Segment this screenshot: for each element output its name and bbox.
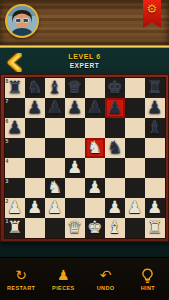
square-b6[interactable] <box>25 118 45 138</box>
restart-label: RESTART <box>1 285 41 291</box>
square-a7[interactable]: 7 <box>5 98 25 118</box>
lightbulb-icon <box>128 267 168 284</box>
restart-icon: ↻ <box>1 267 41 284</box>
square-g7[interactable] <box>125 98 145 118</box>
square-h4[interactable] <box>145 158 165 178</box>
square-c6[interactable] <box>45 118 65 138</box>
square-e3[interactable]: ♟ <box>85 178 105 198</box>
square-e6[interactable] <box>85 118 105 138</box>
square-d2[interactable] <box>65 198 85 218</box>
piece-black-pawn-b7[interactable]: ♟ <box>25 97 45 118</box>
square-c2[interactable]: ♟ <box>45 198 65 218</box>
piece-black-knight-f5[interactable]: ♞ <box>105 137 125 158</box>
piece-black-pawn-h7[interactable]: ♟ <box>145 97 165 118</box>
square-f4[interactable] <box>105 158 125 178</box>
rank-label-8: 8 <box>6 78 9 84</box>
pieces-button[interactable]: ♟ PIECES <box>43 267 83 291</box>
piece-black-pawn-f7[interactable]: ♟ <box>105 97 125 118</box>
square-f2[interactable]: ♟ <box>105 198 125 218</box>
piece-white-pawn-g2[interactable]: ♟ <box>125 197 145 218</box>
piece-black-queen-d8[interactable]: ♛ <box>65 77 85 98</box>
square-d6[interactable] <box>65 118 85 138</box>
rank-label-6: 6 <box>6 118 9 124</box>
square-b1[interactable] <box>25 218 45 238</box>
square-e8[interactable] <box>85 78 105 98</box>
square-d8[interactable]: ♛ <box>65 78 85 98</box>
square-c8[interactable]: ♝ <box>45 78 65 98</box>
square-f8[interactable]: ♚ <box>105 78 125 98</box>
piece-black-king-f8[interactable]: ♚ <box>105 77 125 98</box>
level-strip: LEVEL 6 EXPERT <box>0 48 169 74</box>
rank-label-7: 7 <box>6 98 9 104</box>
restart-button[interactable]: ↻ RESTART <box>1 267 41 291</box>
piece-black-pawn-c7[interactable]: ♟ <box>45 97 65 118</box>
hint-button[interactable]: HINT <box>128 267 168 291</box>
level-difficulty: EXPERT <box>0 62 169 69</box>
undo-icon: ↶ <box>86 267 126 284</box>
square-g1[interactable] <box>125 218 145 238</box>
piece-white-pawn-d4[interactable]: ♟ <box>65 157 85 178</box>
piece-black-pawn-d7[interactable]: ♟ <box>65 97 85 118</box>
square-a6[interactable]: 6♟ <box>5 118 25 138</box>
square-a5[interactable]: 5 <box>5 138 25 158</box>
square-b5[interactable] <box>25 138 45 158</box>
square-h6[interactable]: ♝ <box>145 118 165 138</box>
square-b3[interactable] <box>25 178 45 198</box>
square-a2[interactable]: 2♟ <box>5 198 25 218</box>
wood-header: ⚙ <box>0 0 169 45</box>
undo-button[interactable]: ↶ UNDO <box>86 267 126 291</box>
chess-board: 8♜♞♝♛♚♜7♟♟♟♟♟♟6♟♝5♞♞4♟3♞♟2♟♟♟♟♟♟1♜♛♚♝♜ <box>5 78 165 238</box>
level-title: LEVEL 6 <box>0 53 169 60</box>
rank-label-4: 4 <box>6 158 9 164</box>
square-h2[interactable]: ♟ <box>145 198 165 218</box>
square-a8[interactable]: 8♜ <box>5 78 25 98</box>
chess-pawn-icon: ♟ <box>43 267 83 284</box>
gear-icon: ⚙ <box>147 0 158 18</box>
avatar-photo <box>7 6 37 36</box>
piece-white-pawn-h2[interactable]: ♟ <box>145 197 165 218</box>
piece-black-bishop-h6[interactable]: ♝ <box>145 117 165 138</box>
square-d5[interactable] <box>65 138 85 158</box>
square-d1[interactable]: ♛ <box>65 218 85 238</box>
hint-label: HINT <box>128 285 168 291</box>
board-frame: 8♜♞♝♛♚♜7♟♟♟♟♟♟6♟♝5♞♞4♟3♞♟2♟♟♟♟♟♟1♜♛♚♝♜ <box>0 74 169 242</box>
piece-white-knight-e5[interactable]: ♞ <box>85 137 105 158</box>
settings-ribbon[interactable]: ⚙ <box>143 0 161 28</box>
square-e1[interactable]: ♚ <box>85 218 105 238</box>
piece-white-knight-c3[interactable]: ♞ <box>45 177 65 198</box>
square-h7[interactable]: ♟ <box>145 98 165 118</box>
square-g5[interactable] <box>125 138 145 158</box>
piece-white-rook-h1[interactable]: ♜ <box>145 217 165 238</box>
rank-label-3: 3 <box>6 178 9 184</box>
square-g4[interactable] <box>125 158 145 178</box>
piece-white-pawn-e3[interactable]: ♟ <box>85 177 105 198</box>
square-a4[interactable]: 4 <box>5 158 25 178</box>
square-e5[interactable]: ♞ <box>85 138 105 158</box>
square-c1[interactable] <box>45 218 65 238</box>
square-g8[interactable] <box>125 78 145 98</box>
piece-white-pawn-f2[interactable]: ♟ <box>105 197 125 218</box>
square-f5[interactable]: ♞ <box>105 138 125 158</box>
app-screen: ⚙ LEVEL 6 EXPERT 8♜♞♝♛♚♜7♟♟♟♟♟♟6♟♝5♞♞4♟3… <box>0 0 169 300</box>
square-c3[interactable]: ♞ <box>45 178 65 198</box>
square-f1[interactable]: ♝ <box>105 218 125 238</box>
square-c5[interactable] <box>45 138 65 158</box>
undo-label: UNDO <box>86 285 126 291</box>
footer-toolbar: ↻ RESTART ♟ PIECES ↶ UNDO HINT <box>0 257 169 300</box>
piece-black-pawn-e7[interactable]: ♟ <box>85 97 105 118</box>
square-g2[interactable]: ♟ <box>125 198 145 218</box>
square-b4[interactable] <box>25 158 45 178</box>
square-b8[interactable]: ♞ <box>25 78 45 98</box>
square-f7[interactable]: ♟ <box>105 98 125 118</box>
rank-label-1: 1 <box>6 218 9 224</box>
piece-white-queen-d1[interactable]: ♛ <box>65 217 85 238</box>
piece-black-rook-h8[interactable]: ♜ <box>145 77 165 98</box>
square-c7[interactable]: ♟ <box>45 98 65 118</box>
avatar[interactable] <box>5 4 39 38</box>
piece-white-pawn-c2[interactable]: ♟ <box>45 197 65 218</box>
square-b2[interactable]: ♟ <box>25 198 45 218</box>
square-d4[interactable]: ♟ <box>65 158 85 178</box>
square-c4[interactable] <box>45 158 65 178</box>
square-e4[interactable] <box>85 158 105 178</box>
square-b7[interactable]: ♟ <box>25 98 45 118</box>
square-d7[interactable]: ♟ <box>65 98 85 118</box>
rank-label-2: 2 <box>6 198 9 204</box>
square-e2[interactable] <box>85 198 105 218</box>
square-h8[interactable]: ♜ <box>145 78 165 98</box>
square-e7[interactable]: ♟ <box>85 98 105 118</box>
piece-white-bishop-f1[interactable]: ♝ <box>105 217 125 238</box>
pieces-label: PIECES <box>43 285 83 291</box>
square-h1[interactable]: ♜ <box>145 218 165 238</box>
square-h3[interactable] <box>145 178 165 198</box>
rank-label-5: 5 <box>6 138 9 144</box>
square-a1[interactable]: 1♜ <box>5 218 25 238</box>
square-h5[interactable] <box>145 138 165 158</box>
square-a3[interactable]: 3 <box>5 178 25 198</box>
square-g3[interactable] <box>125 178 145 198</box>
square-f6[interactable] <box>105 118 125 138</box>
square-f3[interactable] <box>105 178 125 198</box>
piece-white-pawn-b2[interactable]: ♟ <box>25 197 45 218</box>
piece-white-king-e1[interactable]: ♚ <box>85 217 105 238</box>
square-d3[interactable] <box>65 178 85 198</box>
piece-black-bishop-c8[interactable]: ♝ <box>45 77 65 98</box>
square-g6[interactable] <box>125 118 145 138</box>
piece-black-knight-b8[interactable]: ♞ <box>25 77 45 98</box>
